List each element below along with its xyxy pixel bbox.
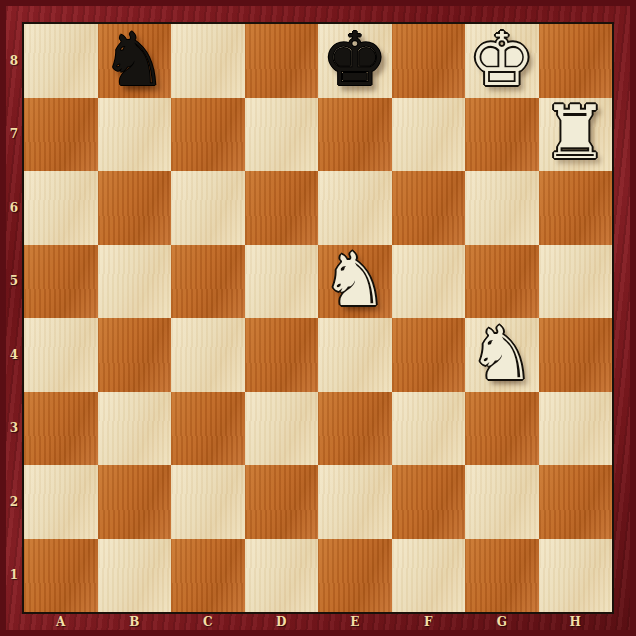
square-f5[interactable] [392,245,466,319]
square-d7[interactable] [245,98,319,172]
square-e4[interactable] [318,318,392,392]
white-knight[interactable]: ♞ [318,245,392,319]
square-h4[interactable] [539,318,613,392]
rank-label-8: 8 [6,24,22,98]
file-label-b: B [98,614,172,630]
square-f1[interactable] [392,539,466,613]
square-b6[interactable] [98,171,172,245]
square-g3[interactable] [465,392,539,466]
square-c6[interactable] [171,171,245,245]
square-a5[interactable] [24,245,98,319]
square-c1[interactable] [171,539,245,613]
square-e8[interactable]: ♚ [318,24,392,98]
file-label-g: G [465,614,539,630]
square-e3[interactable] [318,392,392,466]
square-b7[interactable] [98,98,172,172]
square-d3[interactable] [245,392,319,466]
rank-label-7: 7 [6,98,22,172]
square-h1[interactable] [539,539,613,613]
square-f4[interactable] [392,318,466,392]
square-b8[interactable]: ♞ [98,24,172,98]
square-c5[interactable] [171,245,245,319]
rank-label-1: 1 [6,539,22,613]
square-b5[interactable] [98,245,172,319]
square-b3[interactable] [98,392,172,466]
square-f6[interactable] [392,171,466,245]
square-f3[interactable] [392,392,466,466]
square-h5[interactable] [539,245,613,319]
square-g4[interactable]: ♞ [465,318,539,392]
square-d4[interactable] [245,318,319,392]
square-g1[interactable] [465,539,539,613]
black-king[interactable]: ♚ [318,24,392,98]
rank-labels: 87654321 [6,24,22,612]
file-label-d: D [245,614,319,630]
square-a1[interactable] [24,539,98,613]
square-d8[interactable] [245,24,319,98]
square-h6[interactable] [539,171,613,245]
rank-label-2: 2 [6,465,22,539]
rank-label-5: 5 [6,245,22,319]
square-e1[interactable] [318,539,392,613]
square-d6[interactable] [245,171,319,245]
square-b2[interactable] [98,465,172,539]
square-b1[interactable] [98,539,172,613]
square-g8[interactable]: ♚ [465,24,539,98]
square-h8[interactable] [539,24,613,98]
white-rook[interactable]: ♜ [539,98,613,172]
square-h7[interactable]: ♜ [539,98,613,172]
black-knight[interactable]: ♞ [98,24,172,98]
square-a6[interactable] [24,171,98,245]
square-d1[interactable] [245,539,319,613]
square-c4[interactable] [171,318,245,392]
square-b4[interactable] [98,318,172,392]
file-labels: ABCDEFGH [24,614,612,630]
square-f7[interactable] [392,98,466,172]
square-a7[interactable] [24,98,98,172]
white-knight[interactable]: ♞ [465,318,539,392]
square-g6[interactable] [465,171,539,245]
white-king[interactable]: ♚ [465,24,539,98]
square-e5[interactable]: ♞ [318,245,392,319]
square-g5[interactable] [465,245,539,319]
square-a4[interactable] [24,318,98,392]
square-a2[interactable] [24,465,98,539]
file-label-e: E [318,614,392,630]
square-g2[interactable] [465,465,539,539]
square-a3[interactable] [24,392,98,466]
square-f8[interactable] [392,24,466,98]
square-c3[interactable] [171,392,245,466]
square-e7[interactable] [318,98,392,172]
square-d5[interactable] [245,245,319,319]
rank-label-4: 4 [6,318,22,392]
rank-label-6: 6 [6,171,22,245]
square-a8[interactable] [24,24,98,98]
square-h2[interactable] [539,465,613,539]
square-d2[interactable] [245,465,319,539]
square-f2[interactable] [392,465,466,539]
square-c8[interactable] [171,24,245,98]
file-label-f: F [392,614,466,630]
square-h3[interactable] [539,392,613,466]
square-c7[interactable] [171,98,245,172]
square-c2[interactable] [171,465,245,539]
file-label-h: H [539,614,613,630]
chess-board-frame: 87654321 ABCDEFGH ♞♚♚♜♞♞ [0,0,636,636]
file-label-c: C [171,614,245,630]
square-e2[interactable] [318,465,392,539]
square-g7[interactable] [465,98,539,172]
rank-label-3: 3 [6,392,22,466]
board-border: ♞♚♚♜♞♞ [22,22,614,614]
square-e6[interactable] [318,171,392,245]
file-label-a: A [24,614,98,630]
chess-board: ♞♚♚♜♞♞ [24,24,612,612]
